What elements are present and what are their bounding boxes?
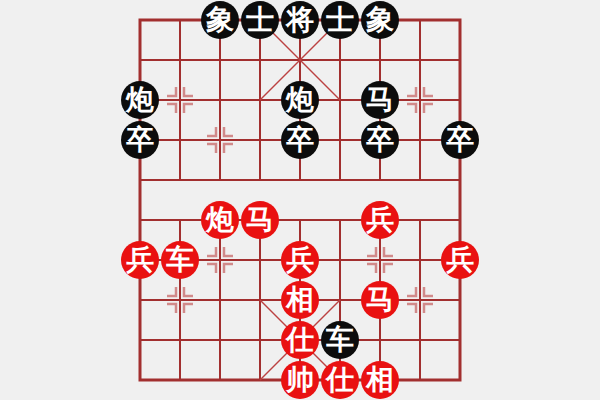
piece-red-advisor[interactable]: 仕 — [321, 361, 359, 399]
piece-red-general[interactable]: 帅 — [281, 361, 319, 399]
piece-red-chariot[interactable]: 车 — [161, 241, 199, 279]
piece-red-elephant[interactable]: 相 — [361, 361, 399, 399]
piece-black-pawn[interactable]: 卒 — [361, 121, 399, 159]
board-background: 象士将士象炮炮马卒卒卒卒车炮马兵兵车兵兵相马仕帅仕相 — [0, 0, 600, 400]
piece-red-horse[interactable]: 马 — [361, 281, 399, 319]
xiangqi-board[interactable]: 象士将士象炮炮马卒卒卒卒车炮马兵兵车兵兵相马仕帅仕相 — [120, 0, 480, 400]
piece-black-horse[interactable]: 马 — [361, 81, 399, 119]
piece-red-elephant[interactable]: 相 — [281, 281, 319, 319]
piece-black-cannon[interactable]: 炮 — [121, 81, 159, 119]
piece-red-pawn[interactable]: 兵 — [121, 241, 159, 279]
piece-black-advisor[interactable]: 士 — [321, 1, 359, 39]
piece-black-pawn[interactable]: 卒 — [121, 121, 159, 159]
piece-black-general[interactable]: 将 — [281, 1, 319, 39]
piece-red-pawn[interactable]: 兵 — [441, 241, 479, 279]
piece-red-advisor[interactable]: 仕 — [281, 321, 319, 359]
piece-black-cannon[interactable]: 炮 — [281, 81, 319, 119]
piece-red-horse[interactable]: 马 — [241, 201, 279, 239]
piece-black-chariot[interactable]: 车 — [321, 321, 359, 359]
piece-black-pawn[interactable]: 卒 — [281, 121, 319, 159]
piece-red-pawn[interactable]: 兵 — [281, 241, 319, 279]
piece-red-cannon[interactable]: 炮 — [201, 201, 239, 239]
piece-black-elephant[interactable]: 象 — [361, 1, 399, 39]
piece-black-advisor[interactable]: 士 — [241, 1, 279, 39]
piece-black-pawn[interactable]: 卒 — [441, 121, 479, 159]
piece-black-elephant[interactable]: 象 — [201, 1, 239, 39]
piece-red-pawn[interactable]: 兵 — [361, 201, 399, 239]
